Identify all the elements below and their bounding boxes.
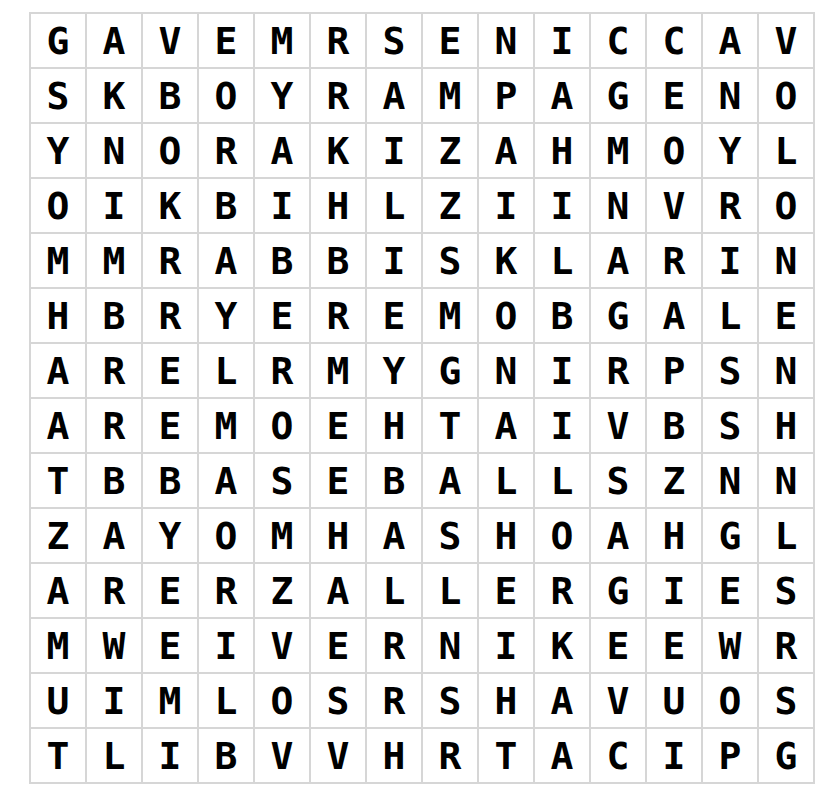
cell-r8c7[interactable]: H — [367, 399, 421, 452]
cell-r3c4[interactable]: R — [199, 124, 253, 177]
cell-r3c9[interactable]: A — [479, 124, 533, 177]
cell-r2c7[interactable]: A — [367, 69, 421, 122]
cell-r11c14[interactable]: S — [759, 564, 813, 617]
cell-r14c3[interactable]: I — [143, 729, 197, 782]
cell-r5c12[interactable]: R — [647, 234, 701, 287]
cell-r1c6[interactable]: R — [311, 14, 365, 67]
cell-r9c10[interactable]: L — [535, 454, 589, 507]
cell-r9c3[interactable]: B — [143, 454, 197, 507]
cell-r14c14[interactable]: G — [759, 729, 813, 782]
cell-r3c7[interactable]: I — [367, 124, 421, 177]
cell-r3c10[interactable]: H — [535, 124, 589, 177]
cell-r12c1[interactable]: M — [31, 619, 85, 672]
cell-r2c12[interactable]: E — [647, 69, 701, 122]
cell-r7c13[interactable]: S — [703, 344, 757, 397]
cell-r3c8[interactable]: Z — [423, 124, 477, 177]
cell-r5c11[interactable]: A — [591, 234, 645, 287]
cell-r6c7[interactable]: E — [367, 289, 421, 342]
cell-r2c6[interactable]: R — [311, 69, 365, 122]
cell-r4c4[interactable]: B — [199, 179, 253, 232]
cell-r13c3[interactable]: M — [143, 674, 197, 727]
cell-r10c7[interactable]: A — [367, 509, 421, 562]
cell-r3c11[interactable]: M — [591, 124, 645, 177]
cell-r2c9[interactable]: P — [479, 69, 533, 122]
cell-r8c8[interactable]: T — [423, 399, 477, 452]
cell-r1c5[interactable]: M — [255, 14, 309, 67]
cell-r5c7[interactable]: I — [367, 234, 421, 287]
cell-r1c3[interactable]: V — [143, 14, 197, 67]
cell-r11c8[interactable]: L — [423, 564, 477, 617]
cell-r14c2[interactable]: L — [87, 729, 141, 782]
cell-r2c5[interactable]: Y — [255, 69, 309, 122]
cell-r11c10[interactable]: R — [535, 564, 589, 617]
cell-r14c6[interactable]: V — [311, 729, 365, 782]
cell-r9c1[interactable]: T — [31, 454, 85, 507]
cell-r3c2[interactable]: N — [87, 124, 141, 177]
cell-r11c2[interactable]: R — [87, 564, 141, 617]
cell-r6c13[interactable]: L — [703, 289, 757, 342]
cell-r1c10[interactable]: I — [535, 14, 589, 67]
cell-r7c1[interactable]: A — [31, 344, 85, 397]
cell-r13c1[interactable]: U — [31, 674, 85, 727]
cell-r13c13[interactable]: O — [703, 674, 757, 727]
cell-r4c14[interactable]: O — [759, 179, 813, 232]
cell-r6c1[interactable]: H — [31, 289, 85, 342]
cell-r4c7[interactable]: L — [367, 179, 421, 232]
cell-r10c9[interactable]: H — [479, 509, 533, 562]
cell-r14c8[interactable]: R — [423, 729, 477, 782]
cell-r12c9[interactable]: I — [479, 619, 533, 672]
cell-r12c10[interactable]: K — [535, 619, 589, 672]
cell-r8c12[interactable]: B — [647, 399, 701, 452]
cell-r5c9[interactable]: K — [479, 234, 533, 287]
cell-r9c4[interactable]: A — [199, 454, 253, 507]
cell-r6c2[interactable]: B — [87, 289, 141, 342]
cell-r8c9[interactable]: A — [479, 399, 533, 452]
cell-r4c1[interactable]: O — [31, 179, 85, 232]
cell-r4c10[interactable]: I — [535, 179, 589, 232]
cell-r13c7[interactable]: R — [367, 674, 421, 727]
cell-r6c11[interactable]: G — [591, 289, 645, 342]
cell-r11c12[interactable]: I — [647, 564, 701, 617]
cell-r13c12[interactable]: U — [647, 674, 701, 727]
cell-r9c2[interactable]: B — [87, 454, 141, 507]
cell-r2c13[interactable]: N — [703, 69, 757, 122]
cell-r8c6[interactable]: E — [311, 399, 365, 452]
cell-r5c1[interactable]: M — [31, 234, 85, 287]
cell-r8c1[interactable]: A — [31, 399, 85, 452]
cell-r6c12[interactable]: A — [647, 289, 701, 342]
cell-r10c11[interactable]: A — [591, 509, 645, 562]
cell-r6c9[interactable]: O — [479, 289, 533, 342]
cell-r10c12[interactable]: H — [647, 509, 701, 562]
cell-r13c9[interactable]: H — [479, 674, 533, 727]
cell-r8c2[interactable]: R — [87, 399, 141, 452]
cell-r6c10[interactable]: B — [535, 289, 589, 342]
cell-r6c6[interactable]: R — [311, 289, 365, 342]
cell-r2c8[interactable]: M — [423, 69, 477, 122]
cell-r11c5[interactable]: Z — [255, 564, 309, 617]
cell-r10c14[interactable]: L — [759, 509, 813, 562]
cell-r5c4[interactable]: A — [199, 234, 253, 287]
cell-r13c2[interactable]: I — [87, 674, 141, 727]
cell-r6c8[interactable]: M — [423, 289, 477, 342]
cell-r9c6[interactable]: E — [311, 454, 365, 507]
cell-r6c14[interactable]: E — [759, 289, 813, 342]
cell-r13c11[interactable]: V — [591, 674, 645, 727]
word-search-grid: GAVEMRSENICCAVSKBOYRAMPAGENOYNORAKIZAHMO… — [29, 12, 815, 784]
cell-r12c8[interactable]: N — [423, 619, 477, 672]
cell-r7c9[interactable]: N — [479, 344, 533, 397]
cell-r1c13[interactable]: A — [703, 14, 757, 67]
cell-r14c1[interactable]: T — [31, 729, 85, 782]
cell-r11c13[interactable]: E — [703, 564, 757, 617]
cell-r4c8[interactable]: Z — [423, 179, 477, 232]
cell-r10c13[interactable]: G — [703, 509, 757, 562]
cell-r12c2[interactable]: W — [87, 619, 141, 672]
cell-r7c5[interactable]: R — [255, 344, 309, 397]
cell-r11c7[interactable]: L — [367, 564, 421, 617]
cell-r2c2[interactable]: K — [87, 69, 141, 122]
cell-r4c3[interactable]: K — [143, 179, 197, 232]
cell-r14c11[interactable]: C — [591, 729, 645, 782]
cell-r8c5[interactable]: O — [255, 399, 309, 452]
cell-r11c1[interactable]: A — [31, 564, 85, 617]
cell-r5c14[interactable]: N — [759, 234, 813, 287]
cell-r5c5[interactable]: B — [255, 234, 309, 287]
cell-r7c4[interactable]: L — [199, 344, 253, 397]
cell-r1c12[interactable]: C — [647, 14, 701, 67]
cell-r5c6[interactable]: B — [311, 234, 365, 287]
cell-r14c4[interactable]: B — [199, 729, 253, 782]
cell-r9c8[interactable]: A — [423, 454, 477, 507]
cell-r2c4[interactable]: O — [199, 69, 253, 122]
cell-r12c13[interactable]: W — [703, 619, 757, 672]
cell-r13c10[interactable]: A — [535, 674, 589, 727]
cell-r13c14[interactable]: S — [759, 674, 813, 727]
cell-r12c6[interactable]: E — [311, 619, 365, 672]
cell-r7c10[interactable]: I — [535, 344, 589, 397]
cell-r1c4[interactable]: E — [199, 14, 253, 67]
cell-r8c4[interactable]: M — [199, 399, 253, 452]
cell-r9c9[interactable]: L — [479, 454, 533, 507]
cell-r1c14[interactable]: V — [759, 14, 813, 67]
cell-r8c11[interactable]: V — [591, 399, 645, 452]
cell-r14c5[interactable]: V — [255, 729, 309, 782]
cell-r1c9[interactable]: N — [479, 14, 533, 67]
cell-r14c13[interactable]: P — [703, 729, 757, 782]
cell-r9c11[interactable]: S — [591, 454, 645, 507]
cell-r8c10[interactable]: I — [535, 399, 589, 452]
cell-r3c13[interactable]: Y — [703, 124, 757, 177]
cell-r7c2[interactable]: R — [87, 344, 141, 397]
cell-r13c5[interactable]: O — [255, 674, 309, 727]
cell-r4c13[interactable]: R — [703, 179, 757, 232]
cell-r2c3[interactable]: B — [143, 69, 197, 122]
cell-r14c9[interactable]: T — [479, 729, 533, 782]
cell-r12c11[interactable]: E — [591, 619, 645, 672]
cell-r7c7[interactable]: Y — [367, 344, 421, 397]
cell-r1c8[interactable]: E — [423, 14, 477, 67]
cell-r14c12[interactable]: I — [647, 729, 701, 782]
cell-r4c11[interactable]: N — [591, 179, 645, 232]
cell-r10c6[interactable]: H — [311, 509, 365, 562]
cell-r2c14[interactable]: O — [759, 69, 813, 122]
cell-r12c5[interactable]: V — [255, 619, 309, 672]
cell-r1c11[interactable]: C — [591, 14, 645, 67]
cell-r9c7[interactable]: B — [367, 454, 421, 507]
cell-r4c12[interactable]: V — [647, 179, 701, 232]
cell-r5c13[interactable]: I — [703, 234, 757, 287]
cell-r5c2[interactable]: M — [87, 234, 141, 287]
cell-r7c6[interactable]: M — [311, 344, 365, 397]
cell-r11c4[interactable]: R — [199, 564, 253, 617]
cell-r9c13[interactable]: N — [703, 454, 757, 507]
cell-r3c5[interactable]: A — [255, 124, 309, 177]
cell-r10c10[interactable]: O — [535, 509, 589, 562]
cell-r11c9[interactable]: E — [479, 564, 533, 617]
cell-r10c3[interactable]: Y — [143, 509, 197, 562]
cell-r2c11[interactable]: G — [591, 69, 645, 122]
cell-r4c2[interactable]: I — [87, 179, 141, 232]
cell-r11c6[interactable]: A — [311, 564, 365, 617]
cell-r9c12[interactable]: Z — [647, 454, 701, 507]
cell-r13c6[interactable]: S — [311, 674, 365, 727]
cell-r1c1[interactable]: G — [31, 14, 85, 67]
cell-r4c9[interactable]: I — [479, 179, 533, 232]
cell-r12c3[interactable]: E — [143, 619, 197, 672]
cell-r10c4[interactable]: O — [199, 509, 253, 562]
cell-r3c1[interactable]: Y — [31, 124, 85, 177]
cell-r5c10[interactable]: L — [535, 234, 589, 287]
cell-r3c12[interactable]: O — [647, 124, 701, 177]
cell-r7c12[interactable]: P — [647, 344, 701, 397]
cell-r8c3[interactable]: E — [143, 399, 197, 452]
cell-r2c1[interactable]: S — [31, 69, 85, 122]
cell-r6c3[interactable]: R — [143, 289, 197, 342]
cell-r11c3[interactable]: E — [143, 564, 197, 617]
cell-r1c7[interactable]: S — [367, 14, 421, 67]
cell-r13c4[interactable]: L — [199, 674, 253, 727]
cell-r1c2[interactable]: A — [87, 14, 141, 67]
cell-r9c14[interactable]: N — [759, 454, 813, 507]
cell-r7c14[interactable]: N — [759, 344, 813, 397]
cell-r10c2[interactable]: A — [87, 509, 141, 562]
cell-r3c14[interactable]: L — [759, 124, 813, 177]
cell-r3c6[interactable]: K — [311, 124, 365, 177]
cell-r5c3[interactable]: R — [143, 234, 197, 287]
cell-r12c7[interactable]: R — [367, 619, 421, 672]
cell-r10c8[interactable]: S — [423, 509, 477, 562]
cell-r14c7[interactable]: H — [367, 729, 421, 782]
cell-r7c3[interactable]: E — [143, 344, 197, 397]
cell-r2c10[interactable]: A — [535, 69, 589, 122]
cell-r6c5[interactable]: E — [255, 289, 309, 342]
cell-r6c4[interactable]: Y — [199, 289, 253, 342]
cell-r12c12[interactable]: E — [647, 619, 701, 672]
cell-r8c14[interactable]: H — [759, 399, 813, 452]
cell-r4c5[interactable]: I — [255, 179, 309, 232]
cell-r10c5[interactable]: M — [255, 509, 309, 562]
cell-r8c13[interactable]: S — [703, 399, 757, 452]
cell-r11c11[interactable]: G — [591, 564, 645, 617]
cell-r13c8[interactable]: S — [423, 674, 477, 727]
cell-r5c8[interactable]: S — [423, 234, 477, 287]
cell-r14c10[interactable]: A — [535, 729, 589, 782]
cell-r7c11[interactable]: R — [591, 344, 645, 397]
cell-r12c4[interactable]: I — [199, 619, 253, 672]
cell-r4c6[interactable]: H — [311, 179, 365, 232]
cell-r9c5[interactable]: S — [255, 454, 309, 507]
cell-r7c8[interactable]: G — [423, 344, 477, 397]
cell-r10c1[interactable]: Z — [31, 509, 85, 562]
cell-r12c14[interactable]: R — [759, 619, 813, 672]
cell-r3c3[interactable]: O — [143, 124, 197, 177]
